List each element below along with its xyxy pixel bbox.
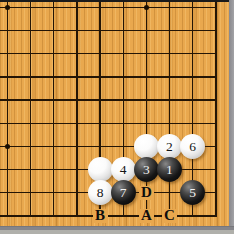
white-stone-Q4[interactable]: [134, 134, 159, 159]
black-stone-move-3[interactable]: 3: [134, 157, 159, 182]
black-stone-move-5[interactable]: 5: [180, 180, 205, 205]
go-board[interactable]: 2643187D5BAC: [0, 0, 234, 234]
point-label-A[interactable]: A: [139, 209, 154, 223]
board-points-grid: 2643187D5BAC: [0, 0, 227, 227]
white-stone-move-2[interactable]: 2: [157, 134, 182, 159]
white-stone-O3[interactable]: [88, 157, 113, 182]
point-label-B[interactable]: B: [93, 209, 108, 223]
go-diagram: 2643187D5BAC: [0, 0, 234, 234]
frame-right-border: [229, 0, 235, 234]
white-stone-move-8[interactable]: 8: [88, 180, 113, 205]
point-label-D[interactable]: D: [139, 186, 154, 200]
frame-top-border: [0, 0, 229, 2]
point-label-C[interactable]: C: [162, 209, 177, 223]
frame-bottom-border: [0, 226, 234, 234]
white-stone-move-4[interactable]: 4: [111, 157, 136, 182]
white-stone-move-6[interactable]: 6: [180, 134, 205, 159]
black-stone-move-7[interactable]: 7: [111, 180, 136, 205]
black-stone-move-1[interactable]: 1: [157, 157, 182, 182]
